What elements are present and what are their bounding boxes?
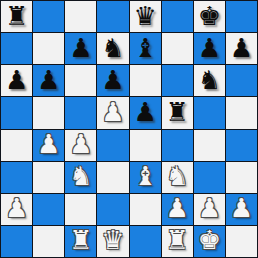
square-b5[interactable] — [33, 97, 64, 128]
square-g4[interactable] — [194, 130, 225, 161]
black-pawn: ♟ — [69, 35, 92, 61]
square-f1[interactable]: ♜ — [162, 226, 193, 257]
white-king: ♚ — [198, 227, 221, 253]
square-b8[interactable] — [33, 1, 64, 32]
square-h1[interactable] — [226, 226, 257, 257]
square-d3[interactable] — [97, 162, 128, 193]
black-pawn: ♟ — [230, 35, 253, 61]
square-h3[interactable] — [226, 162, 257, 193]
square-e1[interactable] — [130, 226, 161, 257]
square-e6[interactable] — [130, 65, 161, 96]
black-pawn: ♟ — [133, 99, 156, 125]
square-g1[interactable]: ♚ — [194, 226, 225, 257]
square-a5[interactable] — [1, 97, 32, 128]
square-f5[interactable]: ♜ — [162, 97, 193, 128]
square-h4[interactable] — [226, 130, 257, 161]
white-rook: ♜ — [69, 227, 92, 253]
white-queen: ♛ — [101, 227, 124, 253]
square-d4[interactable] — [97, 130, 128, 161]
square-g7[interactable]: ♟ — [194, 33, 225, 64]
square-a2[interactable]: ♟ — [1, 194, 32, 225]
white-rook: ♜ — [166, 227, 189, 253]
black-pawn: ♟ — [198, 35, 221, 61]
square-a7[interactable] — [1, 33, 32, 64]
square-e3[interactable]: ♝ — [130, 162, 161, 193]
white-pawn: ♟ — [69, 131, 92, 157]
square-f6[interactable] — [162, 65, 193, 96]
square-c2[interactable] — [65, 194, 96, 225]
square-b7[interactable] — [33, 33, 64, 64]
black-knight: ♞ — [101, 35, 124, 61]
white-pawn: ♟ — [230, 195, 253, 221]
square-d5[interactable]: ♟ — [97, 97, 128, 128]
square-b1[interactable] — [33, 226, 64, 257]
white-pawn: ♟ — [101, 99, 124, 125]
square-h7[interactable]: ♟ — [226, 33, 257, 64]
square-c8[interactable] — [65, 1, 96, 32]
square-d2[interactable] — [97, 194, 128, 225]
black-king: ♚ — [198, 3, 221, 29]
square-c4[interactable]: ♟ — [65, 130, 96, 161]
square-c5[interactable] — [65, 97, 96, 128]
black-pawn: ♟ — [5, 67, 28, 93]
square-a3[interactable] — [1, 162, 32, 193]
square-a1[interactable] — [1, 226, 32, 257]
square-a4[interactable] — [1, 130, 32, 161]
square-e8[interactable]: ♛ — [130, 1, 161, 32]
white-pawn: ♟ — [5, 195, 28, 221]
square-a6[interactable]: ♟ — [1, 65, 32, 96]
square-h6[interactable] — [226, 65, 257, 96]
square-c7[interactable]: ♟ — [65, 33, 96, 64]
square-d6[interactable]: ♟ — [97, 65, 128, 96]
black-rook: ♜ — [166, 99, 189, 125]
square-c6[interactable] — [65, 65, 96, 96]
white-knight: ♞ — [69, 163, 92, 189]
square-f4[interactable] — [162, 130, 193, 161]
black-queen: ♛ — [133, 3, 156, 29]
square-e7[interactable]: ♝ — [130, 33, 161, 64]
black-rook: ♜ — [5, 3, 28, 29]
square-g8[interactable]: ♚ — [194, 1, 225, 32]
square-b4[interactable]: ♟ — [33, 130, 64, 161]
square-h2[interactable]: ♟ — [226, 194, 257, 225]
square-h5[interactable] — [226, 97, 257, 128]
square-f7[interactable] — [162, 33, 193, 64]
square-b6[interactable]: ♟ — [33, 65, 64, 96]
square-f8[interactable] — [162, 1, 193, 32]
black-pawn: ♟ — [101, 67, 124, 93]
white-pawn: ♟ — [37, 131, 60, 157]
chess-board: ♜♛♚♟♞♝♟♟♟♟♟♞♟♟♜♟♟♞♝♞♟♟♟♟♜♛♜♚ — [0, 0, 258, 258]
white-knight: ♞ — [166, 163, 189, 189]
square-e2[interactable] — [130, 194, 161, 225]
square-b3[interactable] — [33, 162, 64, 193]
square-f3[interactable]: ♞ — [162, 162, 193, 193]
square-d8[interactable] — [97, 1, 128, 32]
white-pawn: ♟ — [198, 195, 221, 221]
black-bishop: ♝ — [133, 35, 156, 61]
black-pawn: ♟ — [37, 67, 60, 93]
square-g2[interactable]: ♟ — [194, 194, 225, 225]
white-pawn: ♟ — [166, 195, 189, 221]
square-e5[interactable]: ♟ — [130, 97, 161, 128]
square-a8[interactable]: ♜ — [1, 1, 32, 32]
square-g3[interactable] — [194, 162, 225, 193]
square-g6[interactable]: ♞ — [194, 65, 225, 96]
square-f2[interactable]: ♟ — [162, 194, 193, 225]
white-bishop: ♝ — [133, 163, 156, 189]
square-c1[interactable]: ♜ — [65, 226, 96, 257]
square-e4[interactable] — [130, 130, 161, 161]
square-d7[interactable]: ♞ — [97, 33, 128, 64]
square-b2[interactable] — [33, 194, 64, 225]
square-d1[interactable]: ♛ — [97, 226, 128, 257]
square-g5[interactable] — [194, 97, 225, 128]
black-knight: ♞ — [198, 67, 221, 93]
square-c3[interactable]: ♞ — [65, 162, 96, 193]
square-h8[interactable] — [226, 1, 257, 32]
